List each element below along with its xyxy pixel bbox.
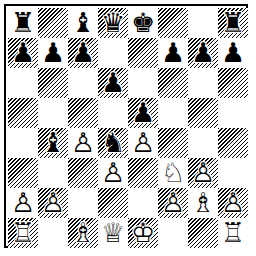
white-rook: ♜♖	[8, 218, 38, 248]
white-pawn: ♟♙	[158, 188, 188, 218]
square-b2[interactable]: ♟♙	[38, 188, 68, 218]
square-h5[interactable]	[218, 98, 248, 128]
square-c1[interactable]: ♝♗	[68, 218, 98, 248]
square-g2[interactable]: ♝♗	[188, 188, 218, 218]
square-c2[interactable]	[68, 188, 98, 218]
square-b1[interactable]	[38, 218, 68, 248]
white-pawn: ♟♙	[98, 158, 128, 188]
square-d7[interactable]	[98, 38, 128, 68]
white-pawn: ♟♙	[128, 128, 158, 158]
square-f2[interactable]: ♟♙	[158, 188, 188, 218]
square-c4[interactable]: ♟♙	[68, 128, 98, 158]
square-b5[interactable]	[38, 98, 68, 128]
square-g7[interactable]: ♟	[188, 38, 218, 68]
square-e2[interactable]	[128, 188, 158, 218]
square-d2[interactable]	[98, 188, 128, 218]
square-a3[interactable]	[8, 158, 38, 188]
square-g1[interactable]	[188, 218, 218, 248]
square-c7[interactable]: ♟	[68, 38, 98, 68]
square-e7[interactable]	[128, 38, 158, 68]
square-f6[interactable]	[158, 68, 188, 98]
black-pawn: ♟	[218, 38, 248, 68]
square-a5[interactable]	[8, 98, 38, 128]
black-bishop: ♝	[38, 128, 68, 158]
square-d8[interactable]: ♛	[98, 8, 128, 38]
chess-diagram: ♜♝♛♚♜♟♟♟♟♟♟♟♟♝♟♙♞♟♙♟♙♞♘♟♙♟♙♟♙♟♙♝♗♟♙♜♖♝♗♛…	[0, 0, 256, 256]
square-e5[interactable]: ♟	[128, 98, 158, 128]
square-g5[interactable]	[188, 98, 218, 128]
square-a7[interactable]: ♟	[8, 38, 38, 68]
square-e8[interactable]: ♚	[128, 8, 158, 38]
square-d6[interactable]: ♟	[98, 68, 128, 98]
black-pawn: ♟	[128, 98, 158, 128]
square-g6[interactable]	[188, 68, 218, 98]
black-pawn: ♟	[8, 38, 38, 68]
square-e6[interactable]	[128, 68, 158, 98]
square-f8[interactable]	[158, 8, 188, 38]
black-queen: ♛	[98, 8, 128, 38]
square-d5[interactable]	[98, 98, 128, 128]
black-knight: ♞	[98, 128, 128, 158]
square-d1[interactable]: ♛♕	[98, 218, 128, 248]
black-pawn: ♟	[188, 38, 218, 68]
square-c3[interactable]	[68, 158, 98, 188]
square-f7[interactable]: ♟	[158, 38, 188, 68]
square-a2[interactable]: ♟♙	[8, 188, 38, 218]
white-pawn: ♟♙	[188, 158, 218, 188]
black-rook: ♜	[218, 8, 248, 38]
white-bishop: ♝♗	[68, 218, 98, 248]
square-h1[interactable]: ♜♖	[218, 218, 248, 248]
square-a1[interactable]: ♜♖	[8, 218, 38, 248]
white-bishop: ♝♗	[188, 188, 218, 218]
square-c5[interactable]	[68, 98, 98, 128]
black-king: ♚	[128, 8, 158, 38]
square-a8[interactable]: ♜	[8, 8, 38, 38]
square-h8[interactable]: ♜	[218, 8, 248, 38]
square-e1[interactable]: ♚♔	[128, 218, 158, 248]
white-rook: ♜♖	[218, 218, 248, 248]
white-queen: ♛♕	[98, 218, 128, 248]
square-h4[interactable]	[218, 128, 248, 158]
square-c6[interactable]	[68, 68, 98, 98]
square-c8[interactable]: ♝	[68, 8, 98, 38]
square-b3[interactable]	[38, 158, 68, 188]
square-g8[interactable]	[188, 8, 218, 38]
white-knight: ♞♘	[158, 158, 188, 188]
black-rook: ♜	[8, 8, 38, 38]
square-e3[interactable]	[128, 158, 158, 188]
black-pawn: ♟	[98, 68, 128, 98]
square-f5[interactable]	[158, 98, 188, 128]
black-pawn: ♟	[68, 38, 98, 68]
square-b4[interactable]: ♝	[38, 128, 68, 158]
black-pawn: ♟	[38, 38, 68, 68]
square-h3[interactable]	[218, 158, 248, 188]
square-b6[interactable]	[38, 68, 68, 98]
square-h7[interactable]: ♟	[218, 38, 248, 68]
square-h6[interactable]	[218, 68, 248, 98]
white-pawn: ♟♙	[68, 128, 98, 158]
black-pawn: ♟	[158, 38, 188, 68]
black-bishop: ♝	[68, 8, 98, 38]
square-e4[interactable]: ♟♙	[128, 128, 158, 158]
square-h2[interactable]: ♟♙	[218, 188, 248, 218]
square-g3[interactable]: ♟♙	[188, 158, 218, 188]
white-king: ♚♔	[128, 218, 158, 248]
square-a4[interactable]	[8, 128, 38, 158]
square-g4[interactable]	[188, 128, 218, 158]
white-pawn: ♟♙	[218, 188, 248, 218]
square-b7[interactable]: ♟	[38, 38, 68, 68]
square-f1[interactable]	[158, 218, 188, 248]
square-f3[interactable]: ♞♘	[158, 158, 188, 188]
chess-board: ♜♝♛♚♜♟♟♟♟♟♟♟♟♝♟♙♞♟♙♟♙♞♘♟♙♟♙♟♙♟♙♝♗♟♙♜♖♝♗♛…	[8, 8, 248, 248]
square-a6[interactable]	[8, 68, 38, 98]
square-d4[interactable]: ♞	[98, 128, 128, 158]
white-pawn: ♟♙	[8, 188, 38, 218]
white-pawn: ♟♙	[38, 188, 68, 218]
square-b8[interactable]	[38, 8, 68, 38]
square-d3[interactable]: ♟♙	[98, 158, 128, 188]
square-f4[interactable]	[158, 128, 188, 158]
